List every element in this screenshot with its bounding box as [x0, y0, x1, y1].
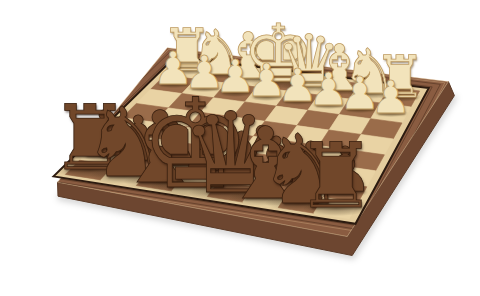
- piece-black-rook-a8[interactable]: ♜: [291, 132, 381, 222]
- piece-white-pawn-a2[interactable]: ♟: [368, 75, 413, 120]
- white-pawn-icon: ♟: [368, 75, 413, 120]
- black-rook-icon: ♜: [291, 132, 381, 222]
- chess-board-photo: ♜♞♝♛♚♝♞♜♟♟♟♟♟♟♟♟♟♟♟♟♟♟♟♟♜♞♝♛♚♝♞♜: [0, 0, 480, 296]
